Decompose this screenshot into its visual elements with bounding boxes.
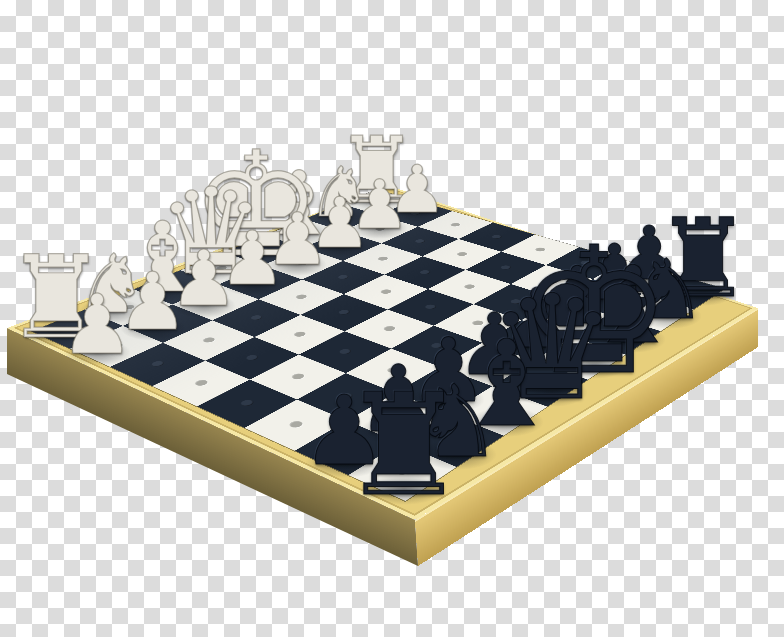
chess-scene: ♜♞♝♛♚♝♞♜♟♟♟♟♟♟♟♟♟♟♟♟♟♟♟♟♜♞♝♛♚♝♞♜ bbox=[0, 0, 784, 637]
white-pawn-a2[interactable]: ♟ bbox=[60, 284, 134, 366]
transparent-background-canvas: ♜♞♝♛♚♝♞♜♟♟♟♟♟♟♟♟♟♟♟♟♟♟♟♟♜♞♝♛♚♝♞♜ bbox=[0, 0, 784, 637]
black-rook-a8[interactable]: ♜ bbox=[341, 375, 468, 517]
